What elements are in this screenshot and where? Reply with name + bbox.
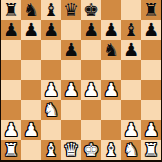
black-knight: ♞ [103,40,119,60]
white-knight: ♞ [43,100,59,120]
square-f1[interactable]: ♝ [101,140,121,160]
square-a7[interactable]: ♟ [1,20,21,40]
black-pawn: ♟ [63,40,79,60]
black-rook: ♜ [3,0,19,20]
black-pawn: ♟ [103,20,119,40]
square-g2[interactable]: ♟ [121,120,141,140]
square-b5[interactable] [21,60,41,80]
square-e7[interactable]: ♟ [81,20,101,40]
square-a3[interactable] [1,100,21,120]
square-c6[interactable] [41,40,61,60]
square-f6[interactable]: ♞ [101,40,121,60]
square-h5[interactable] [141,60,161,80]
square-a8[interactable]: ♜ [1,0,21,20]
square-c4[interactable]: ♟ [41,80,61,100]
white-pawn: ♟ [43,80,59,100]
square-g1[interactable]: ♞ [121,140,141,160]
square-f2[interactable] [101,120,121,140]
square-e5[interactable] [81,60,101,80]
white-rook: ♜ [3,140,19,160]
square-a2[interactable]: ♟ [1,120,21,140]
square-d3[interactable] [61,100,81,120]
square-a5[interactable] [1,60,21,80]
chess-board-frame: ♜♞♝♛♚♜♟♟♟♟♟♝♟♟♞♟♟♟♟♟♞♟♟♟♟♜♝♛♚♝♞♜ [0,0,162,162]
white-pawn: ♟ [3,120,19,140]
square-e8[interactable]: ♚ [81,0,101,20]
white-pawn: ♟ [123,120,139,140]
square-h1[interactable]: ♜ [141,140,161,160]
square-d1[interactable]: ♛ [61,140,81,160]
square-h7[interactable]: ♟ [141,20,161,40]
square-a6[interactable] [1,40,21,60]
square-e6[interactable] [81,40,101,60]
square-b8[interactable]: ♞ [21,0,41,20]
black-queen: ♛ [63,0,79,20]
black-pawn: ♟ [43,20,59,40]
black-pawn: ♟ [143,20,159,40]
square-f8[interactable] [101,0,121,20]
square-f5[interactable] [101,60,121,80]
black-rook: ♜ [143,0,159,20]
black-pawn: ♟ [83,20,99,40]
square-f4[interactable]: ♟ [101,80,121,100]
square-c5[interactable] [41,60,61,80]
square-g8[interactable] [121,0,141,20]
square-f3[interactable] [101,100,121,120]
square-e1[interactable]: ♚ [81,140,101,160]
white-pawn: ♟ [143,120,159,140]
black-pawn: ♟ [123,40,139,60]
square-h4[interactable] [141,80,161,100]
black-bishop: ♝ [123,20,139,40]
square-e4[interactable]: ♟ [81,80,101,100]
white-bishop: ♝ [43,140,59,160]
square-b4[interactable] [21,80,41,100]
square-d8[interactable]: ♛ [61,0,81,20]
square-a4[interactable] [1,80,21,100]
square-h3[interactable] [141,100,161,120]
square-h8[interactable]: ♜ [141,0,161,20]
square-h6[interactable] [141,40,161,60]
white-pawn: ♟ [83,80,99,100]
black-bishop: ♝ [43,0,59,20]
square-g3[interactable] [121,100,141,120]
square-g7[interactable]: ♝ [121,20,141,40]
square-b7[interactable]: ♟ [21,20,41,40]
white-pawn: ♟ [63,80,79,100]
square-c7[interactable]: ♟ [41,20,61,40]
square-g5[interactable] [121,60,141,80]
square-a1[interactable]: ♜ [1,140,21,160]
square-e2[interactable] [81,120,101,140]
black-king: ♚ [83,0,99,20]
square-b2[interactable]: ♟ [21,120,41,140]
square-d4[interactable]: ♟ [61,80,81,100]
square-b3[interactable] [21,100,41,120]
square-c1[interactable]: ♝ [41,140,61,160]
square-g4[interactable] [121,80,141,100]
square-c8[interactable]: ♝ [41,0,61,20]
black-pawn: ♟ [3,20,19,40]
white-king: ♚ [83,140,99,160]
square-g6[interactable]: ♟ [121,40,141,60]
white-pawn: ♟ [23,120,39,140]
chess-board: ♜♞♝♛♚♜♟♟♟♟♟♝♟♟♞♟♟♟♟♟♞♟♟♟♟♜♝♛♚♝♞♜ [1,0,161,160]
square-d2[interactable] [61,120,81,140]
white-bishop: ♝ [103,140,119,160]
white-pawn: ♟ [103,80,119,100]
white-rook: ♜ [143,140,159,160]
black-knight: ♞ [23,0,39,20]
white-queen: ♛ [63,140,79,160]
square-c3[interactable]: ♞ [41,100,61,120]
square-d7[interactable] [61,20,81,40]
black-pawn: ♟ [23,20,39,40]
square-c2[interactable] [41,120,61,140]
square-f7[interactable]: ♟ [101,20,121,40]
square-d5[interactable] [61,60,81,80]
square-b1[interactable] [21,140,41,160]
white-knight: ♞ [123,140,139,160]
square-h2[interactable]: ♟ [141,120,161,140]
square-d6[interactable]: ♟ [61,40,81,60]
square-e3[interactable] [81,100,101,120]
square-b6[interactable] [21,40,41,60]
